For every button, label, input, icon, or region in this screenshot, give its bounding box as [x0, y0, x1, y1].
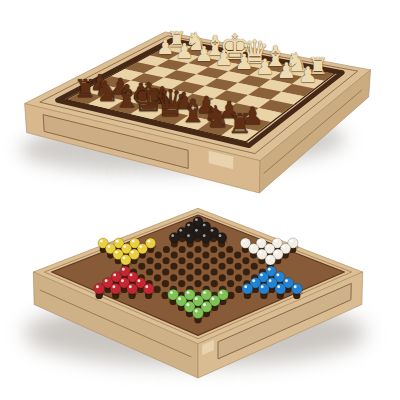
marble-highlight	[122, 268, 125, 271]
marble-highlight	[137, 279, 140, 282]
marble-highlight	[195, 229, 198, 232]
marble-black	[169, 233, 179, 243]
marble-blue	[259, 283, 270, 294]
marble-highlight	[100, 240, 103, 243]
board-hole	[171, 252, 178, 259]
board-hole	[194, 257, 201, 264]
marble-highlight	[290, 240, 293, 243]
marble-highlight	[203, 234, 206, 237]
chess-piece-black-knight: ♞	[203, 102, 230, 132]
board-hole	[154, 274, 161, 281]
board-hole	[153, 286, 160, 293]
marble-highlight	[108, 245, 111, 248]
board-hole	[187, 252, 194, 259]
chess-piece-white-pawn: ♟	[235, 52, 254, 73]
board-hole	[218, 252, 225, 259]
marble-highlight	[274, 240, 277, 243]
marble-highlight	[260, 273, 263, 276]
board-hole	[251, 263, 258, 270]
board-hole	[163, 257, 170, 264]
board-hole	[227, 280, 234, 287]
board-hole	[219, 263, 226, 270]
board-hole	[234, 252, 241, 259]
board-hole	[194, 280, 201, 287]
marble-highlight	[244, 285, 247, 288]
board-hole	[210, 246, 217, 253]
marble-highlight	[187, 224, 190, 227]
board-hole	[178, 268, 185, 275]
marble-yellow	[120, 255, 130, 265]
marble-highlight	[211, 229, 214, 232]
marble-highlight	[171, 234, 174, 237]
marble-highlight	[129, 285, 132, 288]
board-hole	[178, 257, 185, 264]
chess-piece-white-pawn: ♟	[214, 48, 233, 69]
board-hole	[242, 257, 249, 264]
marble-highlight	[277, 285, 280, 288]
marble-highlight	[220, 291, 223, 294]
chess-piece-white-pawn: ♟	[175, 41, 193, 61]
board-hole	[210, 257, 217, 264]
marble-white	[265, 255, 275, 265]
board-hole	[243, 268, 250, 275]
board-hole	[155, 252, 162, 259]
board-hole	[235, 263, 242, 270]
marble-highlight	[195, 309, 198, 312]
marble-highlight	[130, 273, 133, 276]
marble-highlight	[203, 291, 206, 294]
board-hole	[138, 263, 145, 270]
marble-highlight	[261, 285, 264, 288]
marble-highlight	[285, 279, 288, 282]
marble-black	[216, 233, 226, 243]
marble-highlight	[276, 273, 279, 276]
marble-highlight	[186, 303, 189, 306]
marble-highlight	[116, 240, 119, 243]
board-hole	[202, 263, 209, 270]
marble-highlight	[259, 251, 262, 254]
marble-highlight	[96, 285, 99, 288]
marble-highlight	[268, 268, 271, 271]
board-hole	[211, 268, 218, 275]
marble-highlight	[275, 251, 278, 254]
marble-highlight	[113, 273, 116, 276]
product-photo-stage: ♜♞♝♚♛♝♞♜♟♟♟♟♟♟♟♟♟♟♟♟♟♟♟♟♜♞♝♚♛♝♞♜	[0, 0, 400, 400]
board-hole	[186, 263, 193, 270]
marble-red	[143, 283, 154, 294]
marble-highlight	[211, 297, 214, 300]
marble-black	[201, 233, 211, 243]
marble-highlight	[123, 245, 126, 248]
marble-highlight	[145, 285, 148, 288]
marble-highlight	[251, 245, 254, 248]
marble-highlight	[131, 251, 134, 254]
board-hole	[162, 280, 169, 287]
marble-green	[193, 308, 204, 319]
marble-highlight	[242, 240, 245, 243]
board-hole	[235, 286, 242, 293]
board-hole	[227, 268, 234, 275]
marble-highlight	[294, 285, 297, 288]
marble-highlight	[179, 229, 182, 232]
marble-blue	[275, 283, 286, 294]
marble-highlight	[178, 297, 181, 300]
board-hole	[211, 280, 218, 287]
marble-highlight	[203, 224, 206, 227]
chess-piece-white-pawn: ♟	[195, 44, 213, 65]
marble-highlight	[282, 245, 285, 248]
board-hole	[226, 246, 233, 253]
board-hole	[154, 263, 161, 270]
board-hole	[202, 252, 209, 259]
marble-blue	[292, 283, 303, 294]
marble-highlight	[203, 303, 206, 306]
marble-red	[127, 283, 138, 294]
board-hole	[162, 268, 169, 275]
marble-highlight	[170, 291, 173, 294]
marble-red	[94, 283, 105, 294]
marble-highlight	[105, 279, 108, 282]
marble-red	[110, 283, 121, 294]
marble-highlight	[148, 240, 151, 243]
marble-highlight	[195, 218, 198, 221]
board-hole	[194, 246, 201, 253]
marble-highlight	[187, 234, 190, 237]
marble-highlight	[121, 279, 124, 282]
board-hole	[219, 274, 226, 281]
board-hole	[170, 274, 177, 281]
marble-highlight	[258, 240, 261, 243]
board-hole	[178, 280, 185, 287]
chess-piece-white-pawn: ♟	[256, 56, 275, 77]
marble-highlight	[269, 279, 272, 282]
marble-highlight	[252, 279, 255, 282]
board-hole	[179, 246, 186, 253]
board-hole	[170, 263, 177, 270]
chess-piece-white-pawn: ♟	[156, 37, 174, 57]
board-hole	[147, 257, 154, 264]
marble-blue	[242, 283, 253, 294]
board-hole	[146, 268, 153, 275]
marble-highlight	[123, 256, 126, 259]
board-hole	[235, 274, 242, 281]
marble-highlight	[187, 291, 190, 294]
marble-highlight	[112, 285, 115, 288]
marble-highlight	[195, 297, 198, 300]
marble-highlight	[267, 256, 270, 259]
marble-highlight	[219, 234, 222, 237]
board-hole	[163, 246, 170, 253]
chess-piece-white-pawn: ♟	[298, 64, 317, 86]
marble-highlight	[267, 245, 270, 248]
chess-piece-white-pawn: ♟	[277, 60, 296, 82]
marble-black	[185, 233, 195, 243]
marble-highlight	[115, 251, 118, 254]
marble-highlight	[139, 245, 142, 248]
board-hole	[186, 274, 193, 281]
marble-highlight	[132, 240, 135, 243]
board-hole	[226, 257, 233, 264]
board-hole	[194, 268, 201, 275]
chess-piece-black-rook: ♜	[228, 110, 252, 137]
board-hole	[203, 274, 210, 281]
